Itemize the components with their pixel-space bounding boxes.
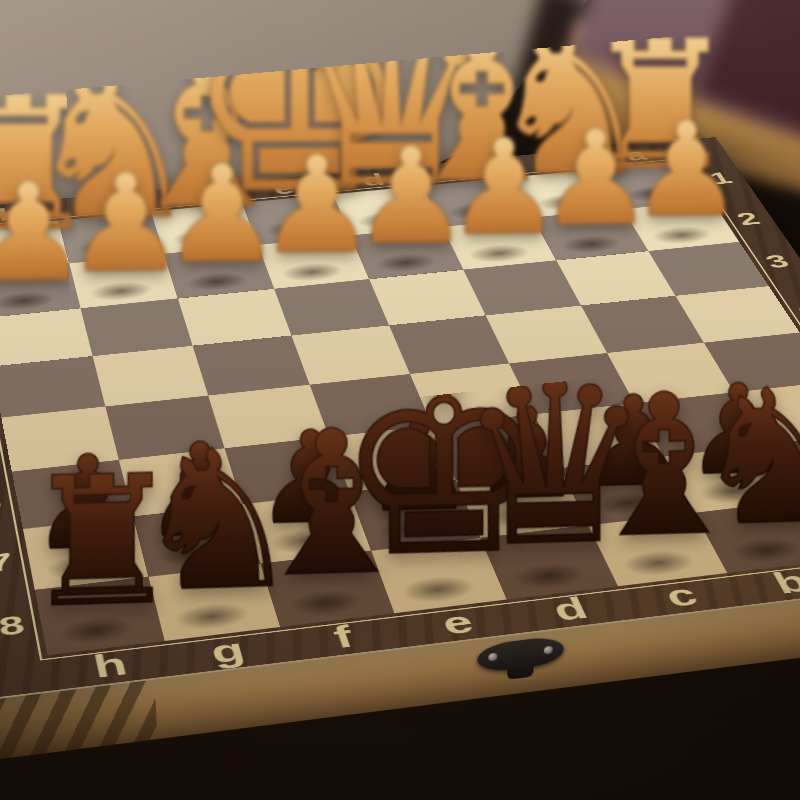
file-label-top-d: d — [324, 166, 422, 195]
chess-piece-white-P-b2[interactable]: ♟ — [539, 114, 653, 245]
chess-piece-white-P-h2[interactable]: ♟ — [0, 166, 89, 302]
perspective-scene: ♜♞♝♚♛♝♞♜♟♟♟♟♟♟♟♟♟♟♟♟♟♟♟♟♜♞♝♚♛♝♞♜ hgfedcb… — [0, 0, 800, 800]
square-c5[interactable] — [509, 353, 634, 414]
piece-stand: ♟ — [402, 85, 592, 263]
chess-piece-white-Q-d1[interactable]: ♛ — [287, 0, 494, 221]
square-e7[interactable]: ♟ — [349, 480, 480, 551]
piece-stand: ♞ — [9, 79, 202, 256]
piece-shadow — [158, 594, 266, 639]
chess-piece-white-K-e1[interactable]: ♚ — [185, 0, 412, 230]
piece-shadow — [611, 180, 700, 208]
square-g2[interactable]: ♟ — [69, 254, 178, 308]
square-f5[interactable] — [208, 385, 329, 449]
piece-stand: ♟ — [308, 93, 500, 272]
chess-piece-white-N-b1[interactable]: ♞ — [486, 8, 656, 203]
square-d4[interactable] — [389, 315, 509, 374]
piece-shadow — [384, 567, 493, 611]
square-c4[interactable] — [486, 305, 607, 363]
square-g4[interactable] — [93, 346, 209, 407]
file-label-top-b: b — [500, 149, 599, 177]
piece-shadow — [636, 220, 728, 250]
file-label-top-g: g — [53, 191, 151, 221]
chess-piece-white-P-a2[interactable]: ♟ — [630, 105, 743, 236]
rank-label-right-2: 2 — [712, 196, 786, 242]
piece-stand: ♜ — [563, 32, 744, 203]
piece-shadow — [343, 205, 431, 234]
chess-piece-white-R-h1[interactable]: ♜ — [0, 73, 101, 258]
board-grid: ♜♞♝♚♛♝♞♜♟♟♟♟♟♟♟♟♟♟♟♟♟♟♟♟♜♞♝♚♛♝♞♜ — [0, 161, 800, 656]
square-e2[interactable]: ♟ — [258, 236, 370, 289]
square-a2[interactable]: ♟ — [623, 200, 740, 251]
piece-shadow — [272, 581, 381, 626]
chess-piece-white-B-f1[interactable]: ♝ — [115, 32, 299, 239]
square-a1[interactable]: ♜ — [598, 161, 711, 209]
chess-piece-white-P-g2[interactable]: ♟ — [65, 157, 186, 292]
dovetail-joints — [0, 680, 157, 760]
square-d1[interactable]: ♛ — [333, 186, 443, 236]
piece-shadow — [267, 257, 357, 288]
rank-label-right-3: 3 — [739, 237, 800, 286]
piece-stand: ♟ — [0, 127, 121, 310]
square-h1[interactable]: ♜ — [0, 220, 69, 272]
square-f8[interactable]: ♝ — [261, 551, 395, 627]
square-d2[interactable]: ♟ — [351, 227, 464, 280]
file-labels-top-rail: hgfedcba — [0, 141, 685, 229]
square-h3[interactable] — [0, 308, 93, 366]
square-b2[interactable]: ♟ — [533, 209, 648, 260]
square-a5[interactable] — [704, 332, 800, 392]
square-c3[interactable] — [463, 260, 581, 315]
square-f3[interactable] — [178, 289, 292, 346]
piece-stand: ♟ — [212, 102, 406, 282]
square-d3[interactable] — [369, 270, 485, 326]
square-g8[interactable]: ♞ — [148, 564, 280, 641]
square-e3[interactable] — [274, 279, 389, 335]
square-e5[interactable] — [310, 374, 432, 437]
square-c2[interactable]: ♟ — [442, 218, 556, 270]
file-label-top-a: a — [587, 141, 686, 169]
piece-stand: ♝ — [382, 47, 567, 220]
piece-shadow — [469, 495, 575, 536]
square-a3[interactable] — [648, 242, 768, 296]
rank-label-right-1: 1 — [685, 156, 756, 200]
piece-stand: ♞ — [473, 39, 656, 211]
square-d5[interactable] — [410, 363, 534, 425]
photo-stage: ♜♞♝♚♛♝♞♜♟♟♟♟♟♟♟♟♟♟♟♟♟♟♟♟♜♞♝♚♛♝♞♜ hgfedcb… — [0, 0, 800, 800]
piece-shadow — [0, 241, 57, 272]
square-b5[interactable] — [607, 343, 734, 404]
piece-shadow — [604, 542, 714, 585]
square-f1[interactable]: ♝ — [151, 203, 258, 254]
square-g1[interactable]: ♞ — [58, 212, 164, 264]
square-f2[interactable]: ♟ — [164, 245, 274, 299]
square-a4[interactable] — [675, 286, 799, 343]
piece-shadow — [251, 214, 339, 244]
piece-shadow — [712, 529, 800, 572]
piece-stand: ♟ — [19, 119, 217, 301]
piece-shadow — [76, 275, 166, 307]
piece-stand: ♟ — [587, 69, 773, 245]
piece-stand: ♝ — [104, 71, 295, 247]
chess-piece-white-P-c2[interactable]: ♟ — [446, 122, 561, 254]
square-g5[interactable] — [105, 396, 224, 460]
piece-shadow — [0, 285, 69, 317]
piece-shadow — [159, 223, 247, 253]
piece-shadow — [172, 266, 262, 298]
chess-piece-white-P-f2[interactable]: ♟ — [162, 148, 281, 283]
piece-stand: ♟ — [116, 110, 312, 291]
file-label-top-f: f — [144, 182, 242, 211]
piece-shadow — [495, 554, 604, 598]
square-h8[interactable]: ♜ — [35, 577, 165, 655]
latch-clasp — [477, 631, 564, 685]
square-e4[interactable] — [291, 325, 410, 384]
chess-piece-white-R-a1[interactable]: ♜ — [583, 17, 737, 195]
piece-shadow — [545, 229, 636, 259]
square-h2[interactable]: ♟ — [0, 263, 81, 318]
chess-piece-white-N-g1[interactable]: ♞ — [23, 48, 202, 249]
piece-shadow — [523, 188, 612, 217]
file-label-top-c: c — [412, 157, 510, 185]
square-b1[interactable]: ♞ — [511, 169, 623, 218]
piece-stand: ♛ — [290, 55, 477, 229]
chess-piece-white-B-c1[interactable]: ♝ — [393, 9, 571, 213]
square-b4[interactable] — [581, 296, 704, 353]
file-label-top-e: e — [235, 174, 333, 203]
square-f4[interactable] — [193, 335, 310, 395]
rank-label-right-4: 4 — [769, 281, 800, 332]
piece-shadow — [43, 607, 151, 653]
square-g3[interactable] — [81, 299, 193, 356]
piece-shadow — [361, 247, 452, 278]
piece-shadow — [65, 232, 152, 262]
square-c1[interactable]: ♝ — [422, 177, 533, 226]
square-b3[interactable] — [556, 251, 675, 305]
clasp-tongue — [507, 644, 534, 680]
piece-shadow — [433, 197, 522, 226]
piece-stand: ♟ — [495, 77, 683, 254]
piece-shadow — [454, 238, 545, 269]
file-label-top-h: h — [0, 199, 58, 229]
chessboard: ♜♞♝♚♛♝♞♜♟♟♟♟♟♟♟♟♟♟♟♟♟♟♟♟♜♞♝♚♛♝♞♜ hgfedcb… — [0, 137, 800, 697]
piece-stand: ♚ — [198, 63, 387, 238]
piece-shadow — [680, 472, 787, 512]
square-e1[interactable]: ♚ — [242, 194, 350, 245]
piece-stand: ♜ — [0, 87, 109, 265]
chess-piece-white-P-d2[interactable]: ♟ — [353, 131, 470, 264]
chess-piece-white-P-e2[interactable]: ♟ — [258, 139, 376, 273]
